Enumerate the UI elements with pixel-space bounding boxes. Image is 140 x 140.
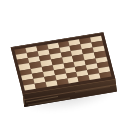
product-photo <box>0 0 140 140</box>
board-square <box>99 71 111 78</box>
